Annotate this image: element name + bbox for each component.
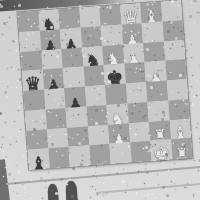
square-g1: ♚ (150, 140, 172, 161)
square-a2 (26, 129, 48, 150)
square-f6: ♟ (123, 43, 145, 64)
square-a5: ♛ (22, 70, 44, 91)
square-b8: ♞ (38, 9, 60, 30)
square-h5 (165, 59, 187, 80)
chess-photo: ♞♛♝♟♟♟♞♞♟♛♟♚♟♟♞♟♜♝♝♚♜ (0, 0, 200, 200)
square-e4 (105, 83, 127, 104)
square-e8 (99, 5, 121, 26)
square-f8: ♛ (120, 3, 142, 24)
square-c7: ♟ (60, 27, 82, 48)
square-d7 (80, 26, 102, 47)
square-d4 (85, 85, 107, 106)
square-c3 (66, 106, 88, 127)
square-h7 (162, 20, 184, 41)
square-g5: ♟ (144, 61, 166, 82)
square-f1 (130, 141, 152, 162)
square-b1 (48, 147, 70, 168)
square-b3 (45, 108, 67, 129)
square-e2: ♟ (108, 123, 130, 144)
square-a8 (17, 11, 39, 32)
square-a7 (19, 30, 41, 51)
square-e6: ♞ (102, 44, 124, 65)
square-h8 (161, 0, 183, 21)
square-e5: ♚ (104, 64, 126, 85)
square-b2 (47, 127, 69, 148)
square-a4 (23, 90, 45, 111)
square-b5: ♟ (42, 68, 64, 89)
square-d6: ♞ (82, 46, 104, 67)
square-f3 (127, 102, 149, 123)
square-h3 (168, 99, 190, 120)
square-g4 (146, 80, 168, 101)
square-h4 (166, 79, 188, 100)
square-e1 (109, 143, 131, 164)
square-f5 (124, 62, 146, 83)
square-f2 (128, 121, 150, 142)
square-c4: ♟ (64, 87, 86, 108)
chess-board: ♞♛♝♟♟♟♞♞♟♛♟♚♟♟♞♟♜♝♝♚♜ (17, 0, 192, 170)
square-h1: ♜ (171, 138, 193, 159)
square-a1: ♝ (28, 149, 50, 170)
square-g3 (147, 100, 169, 121)
square-d5 (83, 65, 105, 86)
square-f4 (125, 82, 147, 103)
square-d1 (89, 144, 111, 165)
square-b7: ♟ (39, 29, 61, 50)
square-g2: ♜ (149, 120, 171, 141)
square-d3 (86, 105, 108, 126)
square-e3: ♞ (106, 103, 128, 124)
square-c6 (61, 47, 83, 68)
square-h2: ♝ (169, 118, 191, 139)
square-g6 (143, 41, 165, 62)
square-g8: ♝ (140, 2, 162, 23)
square-d2 (87, 124, 109, 145)
square-c1 (68, 146, 90, 167)
square-b4 (44, 88, 66, 109)
square-d8 (79, 6, 101, 27)
square-g7 (142, 21, 164, 42)
square-e7 (101, 24, 123, 45)
photo-grain (0, 0, 1, 1)
square-b6 (41, 49, 63, 70)
square-f7: ♟ (121, 23, 143, 44)
square-a6 (20, 50, 42, 71)
square-c5 (63, 67, 85, 88)
square-h6 (163, 40, 185, 61)
square-c2 (67, 126, 89, 147)
square-a3 (25, 109, 47, 130)
square-c8 (58, 8, 80, 29)
